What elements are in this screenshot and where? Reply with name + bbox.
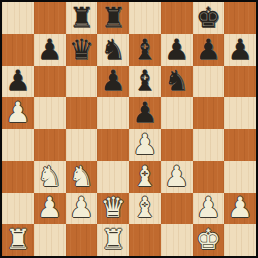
piece-black-bishop: ♝ — [132, 36, 157, 64]
piece-white-pawn: ♟ — [228, 194, 253, 222]
square-c5[interactable] — [66, 97, 98, 129]
piece-black-rook: ♜ — [101, 4, 126, 32]
piece-white-pawn: ♟ — [132, 131, 157, 159]
square-f2[interactable] — [161, 193, 193, 225]
square-b5[interactable] — [34, 97, 66, 129]
square-a7[interactable] — [2, 34, 34, 66]
square-e5[interactable]: ♟ — [129, 97, 161, 129]
piece-white-bishop: ♝ — [132, 163, 157, 191]
piece-white-rook: ♜ — [101, 226, 126, 254]
square-c8[interactable]: ♜ — [66, 2, 98, 34]
square-f5[interactable] — [161, 97, 193, 129]
square-f3[interactable]: ♟ — [161, 161, 193, 193]
piece-black-knight: ♞ — [101, 36, 126, 64]
square-e3[interactable]: ♝ — [129, 161, 161, 193]
square-b8[interactable] — [34, 2, 66, 34]
piece-white-pawn: ♟ — [5, 99, 30, 127]
square-f8[interactable] — [161, 2, 193, 34]
square-h4[interactable] — [224, 129, 256, 161]
piece-white-rook: ♜ — [5, 226, 30, 254]
square-g3[interactable] — [193, 161, 225, 193]
square-g8[interactable]: ♚ — [193, 2, 225, 34]
square-b6[interactable] — [34, 66, 66, 98]
square-d4[interactable] — [97, 129, 129, 161]
piece-white-knight: ♞ — [69, 163, 94, 191]
square-a5[interactable]: ♟ — [2, 97, 34, 129]
square-e1[interactable] — [129, 224, 161, 256]
square-g7[interactable]: ♟ — [193, 34, 225, 66]
square-e2[interactable]: ♝ — [129, 193, 161, 225]
square-e7[interactable]: ♝ — [129, 34, 161, 66]
square-c2[interactable]: ♟ — [66, 193, 98, 225]
square-b7[interactable]: ♟ — [34, 34, 66, 66]
square-h8[interactable] — [224, 2, 256, 34]
square-h7[interactable]: ♟ — [224, 34, 256, 66]
square-f1[interactable] — [161, 224, 193, 256]
square-c3[interactable]: ♞ — [66, 161, 98, 193]
square-d1[interactable]: ♜ — [97, 224, 129, 256]
piece-white-knight: ♞ — [37, 163, 62, 191]
square-c1[interactable] — [66, 224, 98, 256]
piece-black-pawn: ♟ — [196, 36, 221, 64]
piece-black-pawn: ♟ — [101, 67, 126, 95]
piece-black-king: ♚ — [196, 4, 221, 32]
square-d2[interactable]: ♛ — [97, 193, 129, 225]
square-h2[interactable]: ♟ — [224, 193, 256, 225]
piece-black-pawn: ♟ — [37, 36, 62, 64]
piece-white-pawn: ♟ — [69, 194, 94, 222]
square-d7[interactable]: ♞ — [97, 34, 129, 66]
piece-white-pawn: ♟ — [164, 163, 189, 191]
square-g5[interactable] — [193, 97, 225, 129]
piece-black-rook: ♜ — [69, 4, 94, 32]
square-f7[interactable]: ♟ — [161, 34, 193, 66]
square-b3[interactable]: ♞ — [34, 161, 66, 193]
square-g2[interactable]: ♟ — [193, 193, 225, 225]
piece-black-pawn: ♟ — [132, 99, 157, 127]
square-g4[interactable] — [193, 129, 225, 161]
piece-black-pawn: ♟ — [5, 67, 30, 95]
square-a1[interactable]: ♜ — [2, 224, 34, 256]
square-f4[interactable] — [161, 129, 193, 161]
square-c4[interactable] — [66, 129, 98, 161]
piece-white-bishop: ♝ — [132, 194, 157, 222]
square-d5[interactable] — [97, 97, 129, 129]
square-e6[interactable]: ♝ — [129, 66, 161, 98]
square-a8[interactable] — [2, 2, 34, 34]
square-a3[interactable] — [2, 161, 34, 193]
piece-black-pawn: ♟ — [228, 36, 253, 64]
chess-board: ♜♜♚♟♛♞♝♟♟♟♟♟♝♞♟♟♟♞♞♝♟♟♟♛♝♟♟♜♜♚ — [0, 0, 258, 258]
square-f6[interactable]: ♞ — [161, 66, 193, 98]
square-g1[interactable]: ♚ — [193, 224, 225, 256]
square-d3[interactable] — [97, 161, 129, 193]
square-c6[interactable] — [66, 66, 98, 98]
square-a2[interactable] — [2, 193, 34, 225]
piece-white-king: ♚ — [196, 226, 221, 254]
piece-white-pawn: ♟ — [196, 194, 221, 222]
square-a4[interactable] — [2, 129, 34, 161]
piece-black-queen: ♛ — [69, 36, 94, 64]
piece-black-knight: ♞ — [164, 67, 189, 95]
square-g6[interactable] — [193, 66, 225, 98]
square-d8[interactable]: ♜ — [97, 2, 129, 34]
piece-black-pawn: ♟ — [164, 36, 189, 64]
square-e8[interactable] — [129, 2, 161, 34]
square-d6[interactable]: ♟ — [97, 66, 129, 98]
square-a6[interactable]: ♟ — [2, 66, 34, 98]
piece-white-queen: ♛ — [101, 194, 126, 222]
square-b4[interactable] — [34, 129, 66, 161]
square-c7[interactable]: ♛ — [66, 34, 98, 66]
square-e4[interactable]: ♟ — [129, 129, 161, 161]
square-h3[interactable] — [224, 161, 256, 193]
piece-black-bishop: ♝ — [132, 67, 157, 95]
square-h1[interactable] — [224, 224, 256, 256]
square-h6[interactable] — [224, 66, 256, 98]
piece-white-pawn: ♟ — [37, 194, 62, 222]
square-b2[interactable]: ♟ — [34, 193, 66, 225]
square-h5[interactable] — [224, 97, 256, 129]
square-b1[interactable] — [34, 224, 66, 256]
